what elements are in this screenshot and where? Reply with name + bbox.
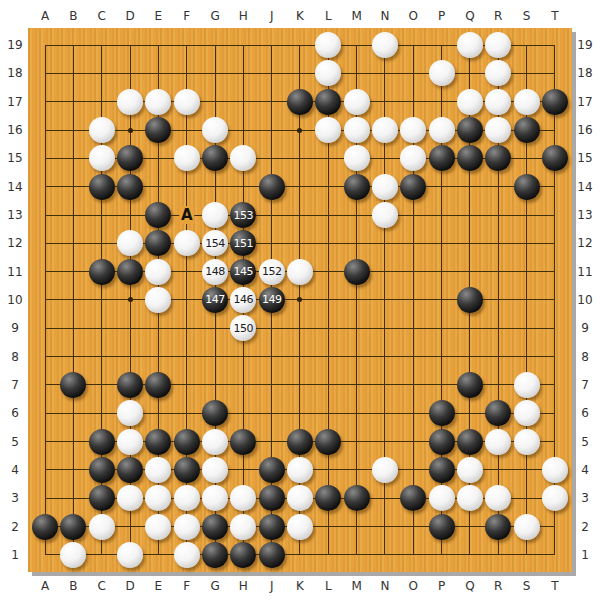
intersection-S11[interactable] bbox=[512, 258, 540, 286]
intersection-M17[interactable] bbox=[342, 88, 370, 116]
intersection-J9[interactable] bbox=[258, 314, 286, 342]
intersection-G4[interactable] bbox=[201, 456, 229, 484]
intersection-K3[interactable] bbox=[286, 484, 314, 512]
intersection-L9[interactable] bbox=[314, 314, 342, 342]
intersection-P13[interactable] bbox=[427, 201, 455, 229]
intersection-Q10[interactable] bbox=[456, 286, 484, 314]
intersection-B15[interactable] bbox=[59, 144, 87, 172]
intersection-E5[interactable] bbox=[144, 427, 172, 455]
intersection-N19[interactable] bbox=[371, 31, 399, 59]
intersection-A19[interactable] bbox=[31, 31, 59, 59]
intersection-F3[interactable] bbox=[173, 484, 201, 512]
intersection-M3[interactable] bbox=[342, 484, 370, 512]
intersection-T17[interactable] bbox=[541, 88, 569, 116]
intersection-H13[interactable]: 153 bbox=[229, 201, 257, 229]
intersection-D2[interactable] bbox=[116, 512, 144, 540]
intersection-G6[interactable] bbox=[201, 399, 229, 427]
intersection-Q6[interactable] bbox=[456, 399, 484, 427]
intersection-R14[interactable] bbox=[484, 173, 512, 201]
intersection-P2[interactable] bbox=[427, 512, 455, 540]
intersection-N2[interactable] bbox=[371, 512, 399, 540]
intersection-F9[interactable] bbox=[173, 314, 201, 342]
intersection-O19[interactable] bbox=[399, 31, 427, 59]
intersection-N9[interactable] bbox=[371, 314, 399, 342]
intersection-F6[interactable] bbox=[173, 399, 201, 427]
intersection-L4[interactable] bbox=[314, 456, 342, 484]
intersection-A18[interactable] bbox=[31, 59, 59, 87]
intersection-P1[interactable] bbox=[427, 541, 455, 569]
intersection-P9[interactable] bbox=[427, 314, 455, 342]
intersection-T18[interactable] bbox=[541, 59, 569, 87]
intersection-B10[interactable] bbox=[59, 286, 87, 314]
intersection-M19[interactable] bbox=[342, 31, 370, 59]
intersection-S13[interactable] bbox=[512, 201, 540, 229]
intersection-C17[interactable] bbox=[88, 88, 116, 116]
intersection-B18[interactable] bbox=[59, 59, 87, 87]
intersection-G17[interactable] bbox=[201, 88, 229, 116]
intersection-B5[interactable] bbox=[59, 427, 87, 455]
intersection-Q11[interactable] bbox=[456, 258, 484, 286]
intersection-D3[interactable] bbox=[116, 484, 144, 512]
intersection-T12[interactable] bbox=[541, 229, 569, 257]
intersection-G19[interactable] bbox=[201, 31, 229, 59]
intersection-A12[interactable] bbox=[31, 229, 59, 257]
intersection-H5[interactable] bbox=[229, 427, 257, 455]
intersection-S7[interactable] bbox=[512, 371, 540, 399]
intersection-T7[interactable] bbox=[541, 371, 569, 399]
intersection-B19[interactable] bbox=[59, 31, 87, 59]
intersection-A14[interactable] bbox=[31, 173, 59, 201]
intersection-C14[interactable] bbox=[88, 173, 116, 201]
intersection-G5[interactable] bbox=[201, 427, 229, 455]
intersection-Q5[interactable] bbox=[456, 427, 484, 455]
intersection-P6[interactable] bbox=[427, 399, 455, 427]
intersection-S1[interactable] bbox=[512, 541, 540, 569]
intersection-G12[interactable]: 154 bbox=[201, 229, 229, 257]
intersection-D11[interactable] bbox=[116, 258, 144, 286]
intersection-H2[interactable] bbox=[229, 512, 257, 540]
intersection-N11[interactable] bbox=[371, 258, 399, 286]
intersection-O3[interactable] bbox=[399, 484, 427, 512]
intersection-K14[interactable] bbox=[286, 173, 314, 201]
intersection-M18[interactable] bbox=[342, 59, 370, 87]
intersection-R19[interactable] bbox=[484, 31, 512, 59]
intersection-F13[interactable]: A bbox=[173, 201, 201, 229]
intersection-A13[interactable] bbox=[31, 201, 59, 229]
intersection-P18[interactable] bbox=[427, 59, 455, 87]
intersection-L2[interactable] bbox=[314, 512, 342, 540]
intersection-H10[interactable]: 146 bbox=[229, 286, 257, 314]
intersection-N12[interactable] bbox=[371, 229, 399, 257]
intersection-J16[interactable] bbox=[258, 116, 286, 144]
intersection-D17[interactable] bbox=[116, 88, 144, 116]
intersection-N8[interactable] bbox=[371, 342, 399, 370]
intersection-K9[interactable] bbox=[286, 314, 314, 342]
intersection-A2[interactable] bbox=[31, 512, 59, 540]
intersection-N14[interactable] bbox=[371, 173, 399, 201]
intersection-S5[interactable] bbox=[512, 427, 540, 455]
intersection-J11[interactable]: 152 bbox=[258, 258, 286, 286]
intersection-E15[interactable] bbox=[144, 144, 172, 172]
intersection-A3[interactable] bbox=[31, 484, 59, 512]
intersection-N15[interactable] bbox=[371, 144, 399, 172]
intersection-O6[interactable] bbox=[399, 399, 427, 427]
intersection-T2[interactable] bbox=[541, 512, 569, 540]
intersection-O10[interactable] bbox=[399, 286, 427, 314]
intersection-L13[interactable] bbox=[314, 201, 342, 229]
intersection-O16[interactable] bbox=[399, 116, 427, 144]
intersection-Q3[interactable] bbox=[456, 484, 484, 512]
intersection-L12[interactable] bbox=[314, 229, 342, 257]
intersection-R7[interactable] bbox=[484, 371, 512, 399]
intersection-A6[interactable] bbox=[31, 399, 59, 427]
intersection-J14[interactable] bbox=[258, 173, 286, 201]
intersection-D16[interactable] bbox=[116, 116, 144, 144]
go-board[interactable]: A153154151148145152147146149150 bbox=[28, 28, 572, 572]
intersection-M2[interactable] bbox=[342, 512, 370, 540]
intersection-L19[interactable] bbox=[314, 31, 342, 59]
intersection-J19[interactable] bbox=[258, 31, 286, 59]
intersection-L14[interactable] bbox=[314, 173, 342, 201]
intersection-H18[interactable] bbox=[229, 59, 257, 87]
intersection-C3[interactable] bbox=[88, 484, 116, 512]
intersection-M12[interactable] bbox=[342, 229, 370, 257]
intersection-K8[interactable] bbox=[286, 342, 314, 370]
intersection-D15[interactable] bbox=[116, 144, 144, 172]
intersection-B1[interactable] bbox=[59, 541, 87, 569]
intersection-Q19[interactable] bbox=[456, 31, 484, 59]
intersection-H7[interactable] bbox=[229, 371, 257, 399]
intersection-C1[interactable] bbox=[88, 541, 116, 569]
intersection-J17[interactable] bbox=[258, 88, 286, 116]
intersection-Q15[interactable] bbox=[456, 144, 484, 172]
intersection-H3[interactable] bbox=[229, 484, 257, 512]
intersection-S17[interactable] bbox=[512, 88, 540, 116]
intersection-O11[interactable] bbox=[399, 258, 427, 286]
intersection-J12[interactable] bbox=[258, 229, 286, 257]
intersection-E6[interactable] bbox=[144, 399, 172, 427]
intersection-H9[interactable]: 150 bbox=[229, 314, 257, 342]
intersection-F17[interactable] bbox=[173, 88, 201, 116]
intersection-E19[interactable] bbox=[144, 31, 172, 59]
intersection-P8[interactable] bbox=[427, 342, 455, 370]
intersection-R8[interactable] bbox=[484, 342, 512, 370]
intersection-A5[interactable] bbox=[31, 427, 59, 455]
intersection-G10[interactable]: 147 bbox=[201, 286, 229, 314]
intersection-K12[interactable] bbox=[286, 229, 314, 257]
intersection-L6[interactable] bbox=[314, 399, 342, 427]
intersection-S4[interactable] bbox=[512, 456, 540, 484]
intersection-F15[interactable] bbox=[173, 144, 201, 172]
intersection-S6[interactable] bbox=[512, 399, 540, 427]
intersection-M7[interactable] bbox=[342, 371, 370, 399]
intersection-S19[interactable] bbox=[512, 31, 540, 59]
intersection-S16[interactable] bbox=[512, 116, 540, 144]
intersection-P12[interactable] bbox=[427, 229, 455, 257]
intersection-Q4[interactable] bbox=[456, 456, 484, 484]
intersection-A17[interactable] bbox=[31, 88, 59, 116]
intersection-K18[interactable] bbox=[286, 59, 314, 87]
intersection-J6[interactable] bbox=[258, 399, 286, 427]
intersection-B3[interactable] bbox=[59, 484, 87, 512]
intersection-E1[interactable] bbox=[144, 541, 172, 569]
intersection-B11[interactable] bbox=[59, 258, 87, 286]
intersection-G14[interactable] bbox=[201, 173, 229, 201]
intersection-J1[interactable] bbox=[258, 541, 286, 569]
intersection-E16[interactable] bbox=[144, 116, 172, 144]
intersection-D13[interactable] bbox=[116, 201, 144, 229]
intersection-F18[interactable] bbox=[173, 59, 201, 87]
intersection-N10[interactable] bbox=[371, 286, 399, 314]
intersection-E14[interactable] bbox=[144, 173, 172, 201]
intersection-S2[interactable] bbox=[512, 512, 540, 540]
intersection-P14[interactable] bbox=[427, 173, 455, 201]
intersection-B6[interactable] bbox=[59, 399, 87, 427]
intersection-E18[interactable] bbox=[144, 59, 172, 87]
intersection-T5[interactable] bbox=[541, 427, 569, 455]
intersection-E3[interactable] bbox=[144, 484, 172, 512]
intersection-Q9[interactable] bbox=[456, 314, 484, 342]
intersection-T4[interactable] bbox=[541, 456, 569, 484]
intersection-H6[interactable] bbox=[229, 399, 257, 427]
intersection-K15[interactable] bbox=[286, 144, 314, 172]
intersection-K7[interactable] bbox=[286, 371, 314, 399]
intersection-C13[interactable] bbox=[88, 201, 116, 229]
intersection-Q2[interactable] bbox=[456, 512, 484, 540]
intersection-Q17[interactable] bbox=[456, 88, 484, 116]
intersection-L17[interactable] bbox=[314, 88, 342, 116]
intersection-K5[interactable] bbox=[286, 427, 314, 455]
intersection-T6[interactable] bbox=[541, 399, 569, 427]
intersection-K19[interactable] bbox=[286, 31, 314, 59]
intersection-K16[interactable] bbox=[286, 116, 314, 144]
intersection-T1[interactable] bbox=[541, 541, 569, 569]
intersection-H16[interactable] bbox=[229, 116, 257, 144]
intersection-B8[interactable] bbox=[59, 342, 87, 370]
intersection-O7[interactable] bbox=[399, 371, 427, 399]
intersection-F12[interactable] bbox=[173, 229, 201, 257]
intersection-R18[interactable] bbox=[484, 59, 512, 87]
intersection-J18[interactable] bbox=[258, 59, 286, 87]
intersection-B4[interactable] bbox=[59, 456, 87, 484]
intersection-B12[interactable] bbox=[59, 229, 87, 257]
intersection-G2[interactable] bbox=[201, 512, 229, 540]
intersection-S14[interactable] bbox=[512, 173, 540, 201]
intersection-R2[interactable] bbox=[484, 512, 512, 540]
intersection-S8[interactable] bbox=[512, 342, 540, 370]
intersection-N6[interactable] bbox=[371, 399, 399, 427]
intersection-E9[interactable] bbox=[144, 314, 172, 342]
intersection-R11[interactable] bbox=[484, 258, 512, 286]
intersection-M8[interactable] bbox=[342, 342, 370, 370]
intersection-T15[interactable] bbox=[541, 144, 569, 172]
intersection-O5[interactable] bbox=[399, 427, 427, 455]
intersection-M4[interactable] bbox=[342, 456, 370, 484]
intersection-D14[interactable] bbox=[116, 173, 144, 201]
intersection-E8[interactable] bbox=[144, 342, 172, 370]
intersection-T13[interactable] bbox=[541, 201, 569, 229]
intersection-R13[interactable] bbox=[484, 201, 512, 229]
intersection-B2[interactable] bbox=[59, 512, 87, 540]
intersection-M16[interactable] bbox=[342, 116, 370, 144]
intersection-P19[interactable] bbox=[427, 31, 455, 59]
intersection-L1[interactable] bbox=[314, 541, 342, 569]
intersection-J5[interactable] bbox=[258, 427, 286, 455]
intersection-G11[interactable]: 148 bbox=[201, 258, 229, 286]
intersection-H19[interactable] bbox=[229, 31, 257, 59]
intersection-D8[interactable] bbox=[116, 342, 144, 370]
intersection-O18[interactable] bbox=[399, 59, 427, 87]
intersection-T11[interactable] bbox=[541, 258, 569, 286]
intersection-P17[interactable] bbox=[427, 88, 455, 116]
intersection-E17[interactable] bbox=[144, 88, 172, 116]
intersection-D10[interactable] bbox=[116, 286, 144, 314]
intersection-J8[interactable] bbox=[258, 342, 286, 370]
intersection-A8[interactable] bbox=[31, 342, 59, 370]
intersection-A15[interactable] bbox=[31, 144, 59, 172]
intersection-N17[interactable] bbox=[371, 88, 399, 116]
intersection-A10[interactable] bbox=[31, 286, 59, 314]
intersection-P15[interactable] bbox=[427, 144, 455, 172]
intersection-L5[interactable] bbox=[314, 427, 342, 455]
intersection-H8[interactable] bbox=[229, 342, 257, 370]
intersection-F16[interactable] bbox=[173, 116, 201, 144]
intersection-J3[interactable] bbox=[258, 484, 286, 512]
intersection-B9[interactable] bbox=[59, 314, 87, 342]
intersection-C19[interactable] bbox=[88, 31, 116, 59]
intersection-C8[interactable] bbox=[88, 342, 116, 370]
intersection-D4[interactable] bbox=[116, 456, 144, 484]
intersection-R6[interactable] bbox=[484, 399, 512, 427]
intersection-A4[interactable] bbox=[31, 456, 59, 484]
intersection-R10[interactable] bbox=[484, 286, 512, 314]
intersection-G1[interactable] bbox=[201, 541, 229, 569]
intersection-M14[interactable] bbox=[342, 173, 370, 201]
intersection-O15[interactable] bbox=[399, 144, 427, 172]
intersection-G18[interactable] bbox=[201, 59, 229, 87]
intersection-H12[interactable]: 151 bbox=[229, 229, 257, 257]
intersection-D9[interactable] bbox=[116, 314, 144, 342]
intersection-R1[interactable] bbox=[484, 541, 512, 569]
intersection-Q18[interactable] bbox=[456, 59, 484, 87]
intersection-R16[interactable] bbox=[484, 116, 512, 144]
intersection-P7[interactable] bbox=[427, 371, 455, 399]
intersection-B13[interactable] bbox=[59, 201, 87, 229]
intersection-P5[interactable] bbox=[427, 427, 455, 455]
intersection-K10[interactable] bbox=[286, 286, 314, 314]
intersection-N7[interactable] bbox=[371, 371, 399, 399]
intersection-F14[interactable] bbox=[173, 173, 201, 201]
intersection-T8[interactable] bbox=[541, 342, 569, 370]
intersection-O17[interactable] bbox=[399, 88, 427, 116]
intersection-F2[interactable] bbox=[173, 512, 201, 540]
intersection-Q1[interactable] bbox=[456, 541, 484, 569]
intersection-S12[interactable] bbox=[512, 229, 540, 257]
intersection-R4[interactable] bbox=[484, 456, 512, 484]
intersection-Q7[interactable] bbox=[456, 371, 484, 399]
intersection-F19[interactable] bbox=[173, 31, 201, 59]
intersection-S10[interactable] bbox=[512, 286, 540, 314]
intersection-L3[interactable] bbox=[314, 484, 342, 512]
intersection-H15[interactable] bbox=[229, 144, 257, 172]
intersection-N13[interactable] bbox=[371, 201, 399, 229]
intersection-N1[interactable] bbox=[371, 541, 399, 569]
intersection-M6[interactable] bbox=[342, 399, 370, 427]
intersection-M1[interactable] bbox=[342, 541, 370, 569]
intersection-E12[interactable] bbox=[144, 229, 172, 257]
intersection-J7[interactable] bbox=[258, 371, 286, 399]
intersection-P16[interactable] bbox=[427, 116, 455, 144]
intersection-E4[interactable] bbox=[144, 456, 172, 484]
intersection-F7[interactable] bbox=[173, 371, 201, 399]
intersection-J10[interactable]: 149 bbox=[258, 286, 286, 314]
intersection-C15[interactable] bbox=[88, 144, 116, 172]
intersection-S18[interactable] bbox=[512, 59, 540, 87]
intersection-R9[interactable] bbox=[484, 314, 512, 342]
intersection-N16[interactable] bbox=[371, 116, 399, 144]
intersection-F5[interactable] bbox=[173, 427, 201, 455]
intersection-K17[interactable] bbox=[286, 88, 314, 116]
intersection-J15[interactable] bbox=[258, 144, 286, 172]
intersection-Q8[interactable] bbox=[456, 342, 484, 370]
intersection-C4[interactable] bbox=[88, 456, 116, 484]
intersection-H17[interactable] bbox=[229, 88, 257, 116]
intersection-E2[interactable] bbox=[144, 512, 172, 540]
intersection-B17[interactable] bbox=[59, 88, 87, 116]
intersection-O12[interactable] bbox=[399, 229, 427, 257]
intersection-K11[interactable] bbox=[286, 258, 314, 286]
intersection-B7[interactable] bbox=[59, 371, 87, 399]
intersection-C18[interactable] bbox=[88, 59, 116, 87]
intersection-C7[interactable] bbox=[88, 371, 116, 399]
intersection-Q14[interactable] bbox=[456, 173, 484, 201]
intersection-M10[interactable] bbox=[342, 286, 370, 314]
intersection-P11[interactable] bbox=[427, 258, 455, 286]
intersection-D6[interactable] bbox=[116, 399, 144, 427]
intersection-T19[interactable] bbox=[541, 31, 569, 59]
intersection-L16[interactable] bbox=[314, 116, 342, 144]
intersection-O1[interactable] bbox=[399, 541, 427, 569]
intersection-F8[interactable] bbox=[173, 342, 201, 370]
intersection-R5[interactable] bbox=[484, 427, 512, 455]
intersection-M5[interactable] bbox=[342, 427, 370, 455]
intersection-L18[interactable] bbox=[314, 59, 342, 87]
intersection-A11[interactable] bbox=[31, 258, 59, 286]
intersection-M11[interactable] bbox=[342, 258, 370, 286]
intersection-E13[interactable] bbox=[144, 201, 172, 229]
intersection-K2[interactable] bbox=[286, 512, 314, 540]
intersection-M9[interactable] bbox=[342, 314, 370, 342]
intersection-G13[interactable] bbox=[201, 201, 229, 229]
intersection-B16[interactable] bbox=[59, 116, 87, 144]
intersection-C5[interactable] bbox=[88, 427, 116, 455]
intersection-A9[interactable] bbox=[31, 314, 59, 342]
intersection-C10[interactable] bbox=[88, 286, 116, 314]
intersection-N18[interactable] bbox=[371, 59, 399, 87]
intersection-J4[interactable] bbox=[258, 456, 286, 484]
intersection-N3[interactable] bbox=[371, 484, 399, 512]
intersection-E7[interactable] bbox=[144, 371, 172, 399]
intersection-A1[interactable] bbox=[31, 541, 59, 569]
intersection-O2[interactable] bbox=[399, 512, 427, 540]
intersection-L15[interactable] bbox=[314, 144, 342, 172]
intersection-D5[interactable] bbox=[116, 427, 144, 455]
intersection-H1[interactable] bbox=[229, 541, 257, 569]
intersection-F11[interactable] bbox=[173, 258, 201, 286]
intersection-Q12[interactable] bbox=[456, 229, 484, 257]
intersection-N4[interactable] bbox=[371, 456, 399, 484]
intersection-D7[interactable] bbox=[116, 371, 144, 399]
